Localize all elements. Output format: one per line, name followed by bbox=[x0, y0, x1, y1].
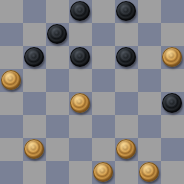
white-man-piece[interactable] bbox=[24, 139, 44, 159]
white-man-piece[interactable] bbox=[70, 93, 90, 113]
square-c1[interactable] bbox=[46, 161, 69, 184]
square-d6[interactable] bbox=[69, 46, 92, 69]
square-g8 bbox=[138, 0, 161, 23]
square-a6 bbox=[0, 46, 23, 69]
checkers-board bbox=[0, 0, 184, 184]
square-c3[interactable] bbox=[46, 115, 69, 138]
square-d3 bbox=[69, 115, 92, 138]
square-c8 bbox=[46, 0, 69, 23]
square-h6[interactable] bbox=[161, 46, 184, 69]
square-f7 bbox=[115, 23, 138, 46]
square-a7[interactable] bbox=[0, 23, 23, 46]
square-b7 bbox=[23, 23, 46, 46]
square-d8[interactable] bbox=[69, 0, 92, 23]
square-c7[interactable] bbox=[46, 23, 69, 46]
square-c2 bbox=[46, 138, 69, 161]
square-c4 bbox=[46, 92, 69, 115]
black-man-piece[interactable] bbox=[70, 47, 90, 67]
square-d7 bbox=[69, 23, 92, 46]
square-a3[interactable] bbox=[0, 115, 23, 138]
square-a4 bbox=[0, 92, 23, 115]
white-man-piece[interactable] bbox=[116, 139, 136, 159]
square-b6[interactable] bbox=[23, 46, 46, 69]
square-c6 bbox=[46, 46, 69, 69]
square-f4[interactable] bbox=[115, 92, 138, 115]
square-e5[interactable] bbox=[92, 69, 115, 92]
black-man-piece[interactable] bbox=[116, 1, 136, 21]
square-h8[interactable] bbox=[161, 0, 184, 23]
square-g1[interactable] bbox=[138, 161, 161, 184]
square-d2[interactable] bbox=[69, 138, 92, 161]
square-h2[interactable] bbox=[161, 138, 184, 161]
square-g4 bbox=[138, 92, 161, 115]
square-b1 bbox=[23, 161, 46, 184]
square-e2 bbox=[92, 138, 115, 161]
white-man-piece[interactable] bbox=[93, 162, 113, 182]
square-d4[interactable] bbox=[69, 92, 92, 115]
square-g7[interactable] bbox=[138, 23, 161, 46]
square-e7[interactable] bbox=[92, 23, 115, 46]
square-g3[interactable] bbox=[138, 115, 161, 138]
square-c5[interactable] bbox=[46, 69, 69, 92]
square-f3 bbox=[115, 115, 138, 138]
square-f6[interactable] bbox=[115, 46, 138, 69]
square-e3[interactable] bbox=[92, 115, 115, 138]
square-f1 bbox=[115, 161, 138, 184]
square-d5 bbox=[69, 69, 92, 92]
black-man-piece[interactable] bbox=[70, 1, 90, 21]
square-b8[interactable] bbox=[23, 0, 46, 23]
square-h4[interactable] bbox=[161, 92, 184, 115]
square-b3 bbox=[23, 115, 46, 138]
square-h3 bbox=[161, 115, 184, 138]
black-man-piece[interactable] bbox=[162, 93, 182, 113]
square-h7 bbox=[161, 23, 184, 46]
square-e6 bbox=[92, 46, 115, 69]
square-h1 bbox=[161, 161, 184, 184]
white-man-piece[interactable] bbox=[139, 162, 159, 182]
square-f8[interactable] bbox=[115, 0, 138, 23]
white-man-piece[interactable] bbox=[1, 70, 21, 90]
black-man-piece[interactable] bbox=[24, 47, 44, 67]
white-man-piece[interactable] bbox=[162, 47, 182, 67]
square-h5 bbox=[161, 69, 184, 92]
square-d1 bbox=[69, 161, 92, 184]
square-e4 bbox=[92, 92, 115, 115]
square-b5 bbox=[23, 69, 46, 92]
square-e8 bbox=[92, 0, 115, 23]
square-a2 bbox=[0, 138, 23, 161]
square-a1[interactable] bbox=[0, 161, 23, 184]
square-g5[interactable] bbox=[138, 69, 161, 92]
black-man-piece[interactable] bbox=[47, 24, 67, 44]
square-b2[interactable] bbox=[23, 138, 46, 161]
square-f2[interactable] bbox=[115, 138, 138, 161]
square-a5[interactable] bbox=[0, 69, 23, 92]
square-g2 bbox=[138, 138, 161, 161]
square-b4[interactable] bbox=[23, 92, 46, 115]
square-a8 bbox=[0, 0, 23, 23]
square-f5 bbox=[115, 69, 138, 92]
black-man-piece[interactable] bbox=[116, 47, 136, 67]
square-g6 bbox=[138, 46, 161, 69]
square-e1[interactable] bbox=[92, 161, 115, 184]
